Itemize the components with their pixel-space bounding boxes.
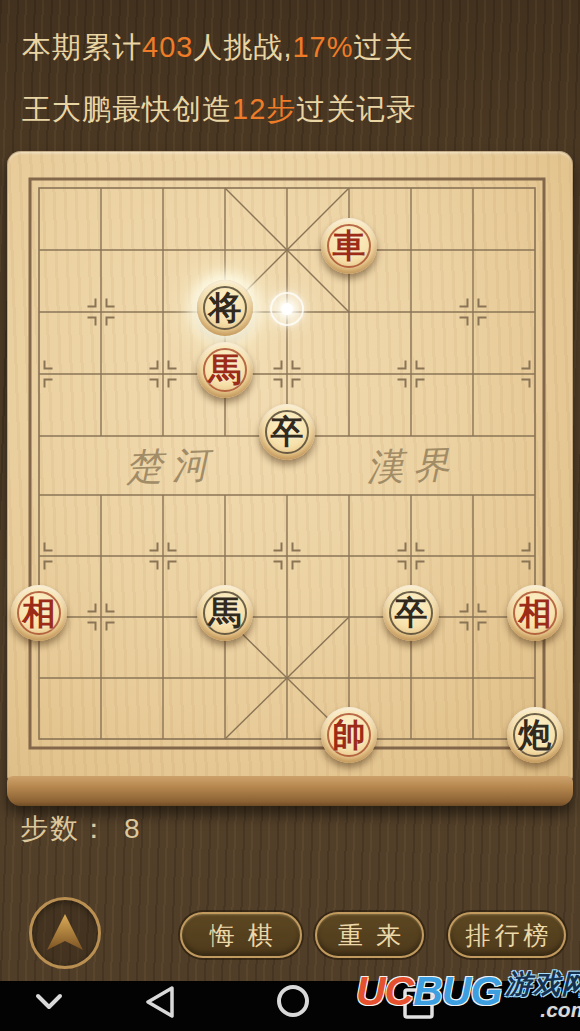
piece-glyph: 卒 xyxy=(271,415,304,448)
black-pawn[interactable]: 卒 xyxy=(259,404,315,460)
red-horse[interactable]: 馬 xyxy=(197,342,253,398)
board-bottom-bevel xyxy=(7,776,573,806)
header-text: 本期累计 xyxy=(22,31,142,63)
step-counter: 步数：8 xyxy=(20,810,142,848)
piece-glyph: 卒 xyxy=(395,596,428,629)
step-counter-label: 步数： xyxy=(20,813,110,844)
ucbug-watermark: UCBUG 游戏网 .com xyxy=(356,969,580,1021)
header-text: 过关 xyxy=(354,31,414,63)
home-button-icon[interactable] xyxy=(274,981,314,1031)
back-button-icon[interactable] xyxy=(142,981,182,1031)
header-text: 人挑战, xyxy=(193,31,292,63)
indicator-sparkle xyxy=(281,303,293,315)
red-general[interactable]: 帥 xyxy=(321,707,377,763)
header-highlight-text: 12步 xyxy=(232,93,296,125)
black-horse[interactable]: 馬 xyxy=(197,585,253,641)
step-counter-value: 8 xyxy=(124,813,142,844)
red-elephant[interactable]: 相 xyxy=(11,585,67,641)
piece-glyph: 相 xyxy=(23,596,56,629)
watermark-bug: BUG xyxy=(413,969,501,1013)
piece-glyph: 馬 xyxy=(209,596,242,629)
piece-glyph: 相 xyxy=(519,596,552,629)
piece-glyph: 馬 xyxy=(209,353,242,386)
header-text: 过关记录 xyxy=(296,93,416,125)
header-line-1: 本期累计403人挑战,17%过关 xyxy=(22,16,416,78)
hide-navbar-chevron-icon[interactable] xyxy=(30,981,70,1031)
restart-button[interactable]: 重来 xyxy=(315,912,424,958)
leaderboard-button-label: 排行榜 xyxy=(466,919,553,952)
header-line-2: 王大鹏最快创造12步过关记录 xyxy=(22,78,416,140)
challenge-header: 本期累计403人挑战,17%过关 王大鹏最快创造12步过关记录 xyxy=(22,16,416,140)
black-general[interactable]: 将 xyxy=(197,280,253,336)
piece-glyph: 炮 xyxy=(519,718,552,751)
header-text: 王大鹏最快创造 xyxy=(22,93,232,125)
leaderboard-button[interactable]: 排行榜 xyxy=(448,912,566,958)
red-elephant[interactable]: 相 xyxy=(507,585,563,641)
black-cannon[interactable]: 炮 xyxy=(507,707,563,763)
xiangqi-board[interactable] xyxy=(7,151,573,806)
header-highlight-text: 17% xyxy=(292,31,353,63)
piece-glyph: 将 xyxy=(209,291,242,324)
header-highlight-text: 403 xyxy=(142,31,193,63)
board-wood-face xyxy=(7,151,573,780)
piece-glyph: 帥 xyxy=(333,718,366,751)
restart-button-label: 重来 xyxy=(338,919,414,952)
black-pawn[interactable]: 卒 xyxy=(383,585,439,641)
piece-glyph: 車 xyxy=(333,229,366,262)
expand-arrow-button[interactable] xyxy=(29,897,101,969)
undo-button[interactable]: 悔棋 xyxy=(180,912,302,958)
undo-button-label: 悔棋 xyxy=(210,919,286,952)
watermark-site-name: 游戏网 xyxy=(505,969,580,999)
red-chariot[interactable]: 車 xyxy=(321,218,377,274)
watermark-uc: UC xyxy=(356,969,413,1013)
watermark-dotcom: .com xyxy=(540,999,580,1021)
move-target-indicator[interactable] xyxy=(268,290,306,328)
up-arrow-icon xyxy=(41,910,89,956)
app-screen: 本期累计403人挑战,17%过关 王大鹏最快创造12步过关记录 楚河漢界 車将馬… xyxy=(0,0,580,1031)
